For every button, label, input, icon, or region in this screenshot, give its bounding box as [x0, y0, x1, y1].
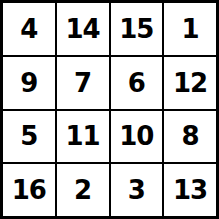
cell-r0c1: 14	[57, 3, 109, 55]
cell-r3c0: 16	[3, 164, 55, 216]
cell-r1c2: 6	[111, 57, 163, 109]
cell-r0c3: 1	[164, 3, 216, 55]
cell-r0c0: 4	[3, 3, 55, 55]
cell-r3c1: 2	[57, 164, 109, 216]
cell-r2c0: 5	[3, 111, 55, 163]
cell-r3c3: 13	[164, 164, 216, 216]
cell-r2c1: 11	[57, 111, 109, 163]
magic-square-board: 4 14 15 1 9 7 6 12 5 11 10 8 16 2 3 13	[0, 0, 219, 219]
cell-r2c2: 10	[111, 111, 163, 163]
cell-r3c2: 3	[111, 164, 163, 216]
cell-r1c0: 9	[3, 57, 55, 109]
cell-r0c2: 15	[111, 3, 163, 55]
cell-r1c1: 7	[57, 57, 109, 109]
cell-r1c3: 12	[164, 57, 216, 109]
cell-r2c3: 8	[164, 111, 216, 163]
